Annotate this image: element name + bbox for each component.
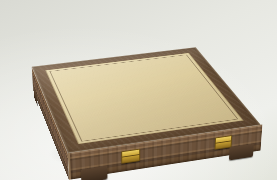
bracket-foot <box>228 144 253 160</box>
scene-3d <box>0 0 277 180</box>
brass-latch-icon <box>121 149 140 164</box>
bracket-foot <box>80 166 107 180</box>
chess-storage-box <box>31 47 260 153</box>
product-photo <box>0 0 277 180</box>
screenshot-root: { "game": "chess", "position": { "fen": … <box>0 0 277 180</box>
board-grid <box>50 55 237 141</box>
maple-border <box>45 53 243 144</box>
bracket-foot <box>33 87 37 106</box>
